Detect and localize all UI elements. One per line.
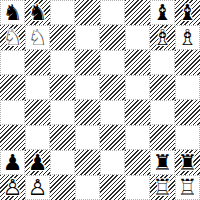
square-e3[interactable] [100, 125, 125, 150]
square-a3[interactable] [0, 125, 25, 150]
square-g3[interactable] [150, 125, 175, 150]
black-pawn: ♟ [0, 150, 25, 175]
white-knight: ♘ [25, 25, 50, 50]
square-e5[interactable] [100, 75, 125, 100]
square-b6[interactable] [25, 50, 50, 75]
square-b7[interactable]: ♞♘ [25, 25, 50, 50]
square-h2[interactable]: ♜♜ [175, 150, 200, 175]
square-f2[interactable] [125, 150, 150, 175]
square-a6[interactable] [0, 50, 25, 75]
black-pawn: ♟ [25, 150, 50, 175]
square-a1[interactable]: ♟♙ [0, 175, 25, 200]
square-a5[interactable] [0, 75, 25, 100]
square-d2[interactable] [75, 150, 100, 175]
square-g5[interactable] [150, 75, 175, 100]
square-c5[interactable] [50, 75, 75, 100]
square-f7[interactable] [125, 25, 150, 50]
square-b8[interactable]: ♞♞ [25, 0, 50, 25]
white-rook: ♖ [150, 175, 175, 200]
white-bishop: ♗ [150, 25, 175, 50]
black-knight: ♞ [25, 0, 50, 25]
square-h4[interactable] [175, 100, 200, 125]
black-knight: ♞ [0, 0, 25, 25]
square-d3[interactable] [75, 125, 100, 150]
square-g6[interactable] [150, 50, 175, 75]
square-d5[interactable] [75, 75, 100, 100]
square-d6[interactable] [75, 50, 100, 75]
black-rook: ♜ [150, 150, 175, 175]
square-c1[interactable] [50, 175, 75, 200]
square-a2[interactable]: ♟♟ [0, 150, 25, 175]
square-g1[interactable]: ♜♖ [150, 175, 175, 200]
black-bishop: ♝ [175, 0, 200, 25]
square-e1[interactable] [100, 175, 125, 200]
square-a8[interactable]: ♞♞ [0, 0, 25, 25]
square-g8[interactable]: ♝♝ [150, 0, 175, 25]
square-b4[interactable] [25, 100, 50, 125]
chess-board: ♞♞♞♞♝♝♝♝♞♘♞♘♝♗♝♗♟♟♟♟♜♜♜♜♟♙♟♙♜♖♜♖ [0, 0, 200, 200]
square-e6[interactable] [100, 50, 125, 75]
black-rook: ♜ [175, 150, 200, 175]
white-bishop: ♗ [175, 25, 200, 50]
square-d8[interactable] [75, 0, 100, 25]
square-e7[interactable] [100, 25, 125, 50]
square-h5[interactable] [175, 75, 200, 100]
square-g4[interactable] [150, 100, 175, 125]
square-f1[interactable] [125, 175, 150, 200]
square-g7[interactable]: ♝♗ [150, 25, 175, 50]
square-c4[interactable] [50, 100, 75, 125]
square-h8[interactable]: ♝♝ [175, 0, 200, 25]
square-c7[interactable] [50, 25, 75, 50]
square-b3[interactable] [25, 125, 50, 150]
square-b2[interactable]: ♟♟ [25, 150, 50, 175]
square-c3[interactable] [50, 125, 75, 150]
square-h1[interactable]: ♜♖ [175, 175, 200, 200]
white-rook: ♖ [175, 175, 200, 200]
black-bishop: ♝ [150, 0, 175, 25]
square-e8[interactable] [100, 0, 125, 25]
square-f8[interactable] [125, 0, 150, 25]
square-f6[interactable] [125, 50, 150, 75]
white-pawn: ♙ [0, 175, 25, 200]
square-b1[interactable]: ♟♙ [25, 175, 50, 200]
square-d4[interactable] [75, 100, 100, 125]
square-f4[interactable] [125, 100, 150, 125]
square-h3[interactable] [175, 125, 200, 150]
white-knight: ♘ [0, 25, 25, 50]
square-c8[interactable] [50, 0, 75, 25]
square-e2[interactable] [100, 150, 125, 175]
square-f3[interactable] [125, 125, 150, 150]
square-g2[interactable]: ♜♜ [150, 150, 175, 175]
square-d1[interactable] [75, 175, 100, 200]
square-h6[interactable] [175, 50, 200, 75]
white-pawn: ♙ [25, 175, 50, 200]
square-c2[interactable] [50, 150, 75, 175]
square-a7[interactable]: ♞♘ [0, 25, 25, 50]
square-a4[interactable] [0, 100, 25, 125]
square-c6[interactable] [50, 50, 75, 75]
square-e4[interactable] [100, 100, 125, 125]
square-d7[interactable] [75, 25, 100, 50]
square-h7[interactable]: ♝♗ [175, 25, 200, 50]
square-b5[interactable] [25, 75, 50, 100]
square-f5[interactable] [125, 75, 150, 100]
